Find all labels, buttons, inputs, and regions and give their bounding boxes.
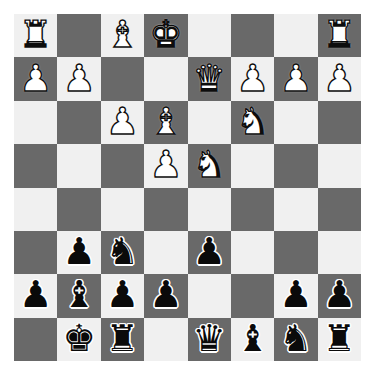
piece-black-queen: ♛ — [193, 320, 226, 357]
piece-white-pawn: ♟ — [279, 60, 312, 97]
piece-black-knight: ♞ — [106, 233, 139, 270]
square-c6[interactable] — [231, 231, 274, 274]
piece-white-bishop: ♝ — [149, 103, 182, 140]
piece-white-pawn: ♟ — [62, 60, 95, 97]
square-c3[interactable]: ♞ — [231, 101, 274, 144]
square-c4[interactable] — [231, 144, 274, 187]
piece-black-bishop: ♝ — [62, 276, 95, 313]
square-b1[interactable] — [274, 14, 317, 57]
square-e3[interactable]: ♝ — [144, 101, 187, 144]
piece-white-queen: ♛ — [193, 60, 226, 97]
square-a4[interactable] — [318, 144, 361, 187]
piece-white-knight: ♞ — [236, 103, 269, 140]
square-b3[interactable] — [274, 101, 317, 144]
square-e6[interactable] — [144, 231, 187, 274]
square-f5[interactable] — [101, 188, 144, 231]
piece-black-pawn: ♟ — [106, 276, 139, 313]
square-h2[interactable]: ♟ — [14, 57, 57, 100]
piece-black-pawn: ♟ — [323, 276, 356, 313]
square-a2[interactable]: ♟ — [318, 57, 361, 100]
square-b4[interactable] — [274, 144, 317, 187]
piece-black-knight: ♞ — [279, 320, 312, 357]
square-d3[interactable] — [188, 101, 231, 144]
square-f7[interactable]: ♟ — [101, 274, 144, 317]
square-b7[interactable]: ♟ — [274, 274, 317, 317]
square-b5[interactable] — [274, 188, 317, 231]
piece-white-rook: ♜ — [323, 16, 356, 53]
square-a5[interactable] — [318, 188, 361, 231]
chess-board: ♜♝♚♜♟♟♛♟♟♟♟♝♞♟♞♟♞♟♟♝♟♟♟♟♚♜♛♝♞♜ — [14, 14, 361, 361]
piece-white-pawn: ♟ — [323, 60, 356, 97]
square-h6[interactable] — [14, 231, 57, 274]
square-b2[interactable]: ♟ — [274, 57, 317, 100]
piece-white-rook: ♜ — [19, 16, 52, 53]
square-e1[interactable]: ♚ — [144, 14, 187, 57]
square-f2[interactable] — [101, 57, 144, 100]
square-d5[interactable] — [188, 188, 231, 231]
square-g8[interactable]: ♚ — [57, 318, 100, 361]
square-c5[interactable] — [231, 188, 274, 231]
square-b8[interactable]: ♞ — [274, 318, 317, 361]
square-c8[interactable]: ♝ — [231, 318, 274, 361]
piece-white-pawn: ♟ — [149, 146, 182, 183]
square-g1[interactable] — [57, 14, 100, 57]
piece-white-bishop: ♝ — [106, 16, 139, 53]
piece-white-king: ♚ — [149, 16, 182, 53]
square-e2[interactable] — [144, 57, 187, 100]
square-d7[interactable] — [188, 274, 231, 317]
piece-black-pawn: ♟ — [62, 233, 95, 270]
square-a1[interactable]: ♜ — [318, 14, 361, 57]
square-h1[interactable]: ♜ — [14, 14, 57, 57]
piece-black-pawn: ♟ — [193, 233, 226, 270]
square-f1[interactable]: ♝ — [101, 14, 144, 57]
square-g6[interactable]: ♟ — [57, 231, 100, 274]
square-d4[interactable]: ♞ — [188, 144, 231, 187]
square-a6[interactable] — [318, 231, 361, 274]
piece-black-king: ♚ — [62, 320, 95, 357]
square-c1[interactable] — [231, 14, 274, 57]
piece-black-bishop: ♝ — [236, 320, 269, 357]
square-f6[interactable]: ♞ — [101, 231, 144, 274]
square-a7[interactable]: ♟ — [318, 274, 361, 317]
square-c2[interactable]: ♟ — [231, 57, 274, 100]
square-g3[interactable] — [57, 101, 100, 144]
square-e8[interactable] — [144, 318, 187, 361]
square-d8[interactable]: ♛ — [188, 318, 231, 361]
square-g2[interactable]: ♟ — [57, 57, 100, 100]
square-h3[interactable] — [14, 101, 57, 144]
piece-black-pawn: ♟ — [279, 276, 312, 313]
square-a8[interactable]: ♜ — [318, 318, 361, 361]
piece-black-rook: ♜ — [106, 320, 139, 357]
square-b6[interactable] — [274, 231, 317, 274]
square-f3[interactable]: ♟ — [101, 101, 144, 144]
piece-black-pawn: ♟ — [149, 276, 182, 313]
square-h8[interactable] — [14, 318, 57, 361]
square-h5[interactable] — [14, 188, 57, 231]
square-d6[interactable]: ♟ — [188, 231, 231, 274]
square-h4[interactable] — [14, 144, 57, 187]
square-d1[interactable] — [188, 14, 231, 57]
piece-black-pawn: ♟ — [19, 276, 52, 313]
square-g4[interactable] — [57, 144, 100, 187]
square-a3[interactable] — [318, 101, 361, 144]
piece-white-pawn: ♟ — [19, 60, 52, 97]
square-h7[interactable]: ♟ — [14, 274, 57, 317]
square-d2[interactable]: ♛ — [188, 57, 231, 100]
piece-black-rook: ♜ — [323, 320, 356, 357]
square-e4[interactable]: ♟ — [144, 144, 187, 187]
piece-white-knight: ♞ — [193, 146, 226, 183]
square-f8[interactable]: ♜ — [101, 318, 144, 361]
square-e7[interactable]: ♟ — [144, 274, 187, 317]
square-c7[interactable] — [231, 274, 274, 317]
board-frame: ♜♝♚♜♟♟♛♟♟♟♟♝♞♟♞♟♞♟♟♝♟♟♟♟♚♜♛♝♞♜ — [0, 0, 375, 375]
piece-white-pawn: ♟ — [236, 60, 269, 97]
square-e5[interactable] — [144, 188, 187, 231]
square-g7[interactable]: ♝ — [57, 274, 100, 317]
piece-white-pawn: ♟ — [106, 103, 139, 140]
square-g5[interactable] — [57, 188, 100, 231]
square-f4[interactable] — [101, 144, 144, 187]
